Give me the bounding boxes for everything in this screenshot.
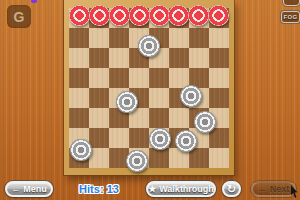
checkers-board[interactable] — [64, 0, 234, 175]
board-square — [169, 28, 189, 48]
board-square — [69, 48, 89, 68]
board-square — [69, 108, 89, 128]
board-square — [69, 88, 89, 108]
board-square — [189, 108, 209, 128]
board-square — [129, 148, 149, 168]
board-square — [169, 68, 189, 88]
board-square — [129, 68, 149, 88]
board-square — [189, 28, 209, 48]
board-square — [209, 128, 229, 148]
hits-label: Hits: — [79, 183, 103, 195]
cutoff-top-element — [31, 0, 37, 3]
board-square — [169, 128, 189, 148]
board-square — [109, 48, 129, 68]
board-square — [149, 88, 169, 108]
restart-button[interactable]: ↻ — [222, 181, 241, 197]
board-square — [129, 108, 149, 128]
board-square — [189, 8, 209, 28]
board-square — [129, 128, 149, 148]
menu-button[interactable]: ← Menu — [5, 181, 53, 197]
board-square — [149, 108, 169, 128]
board-square — [109, 8, 129, 28]
hits-counter: Hits: 13 — [78, 183, 120, 195]
board-square — [89, 128, 109, 148]
board-square — [169, 48, 189, 68]
logo-icon: G — [14, 10, 25, 24]
board-square — [169, 8, 189, 28]
board-square — [169, 108, 189, 128]
board-square — [129, 48, 149, 68]
board-square — [69, 28, 89, 48]
board-square — [89, 28, 109, 48]
board-square — [109, 148, 129, 168]
board-square — [189, 128, 209, 148]
board-square — [69, 148, 89, 168]
board-square — [109, 68, 129, 88]
board-square — [89, 48, 109, 68]
board-square — [69, 128, 89, 148]
board-square — [189, 68, 209, 88]
board-square — [189, 88, 209, 108]
restart-icon: ↻ — [227, 184, 236, 195]
board-grid — [69, 8, 229, 168]
right-arrow-icon: → — [258, 185, 267, 194]
board-square — [89, 88, 109, 108]
board-square — [109, 128, 129, 148]
left-arrow-icon: ← — [11, 185, 20, 194]
board-square — [109, 88, 129, 108]
cutoff-top-button[interactable] — [283, 0, 300, 6]
board-square — [89, 68, 109, 88]
board-square — [209, 48, 229, 68]
board-square — [169, 88, 189, 108]
board-square — [109, 28, 129, 48]
board-square — [209, 68, 229, 88]
board-square — [129, 8, 149, 28]
board-square — [89, 8, 109, 28]
logo-button[interactable]: G — [7, 5, 31, 28]
board-square — [109, 108, 129, 128]
board-square — [209, 148, 229, 168]
board-square — [189, 148, 209, 168]
game-stage: G FOG ← Menu Hits: 13 ★ Walkthrough ↻ → … — [0, 0, 300, 200]
board-square — [149, 48, 169, 68]
board-square — [69, 68, 89, 88]
next-button-disabled[interactable]: → Next — [251, 181, 296, 197]
board-square — [149, 128, 169, 148]
menu-label: Menu — [23, 184, 47, 194]
board-square — [129, 88, 149, 108]
board-square — [149, 148, 169, 168]
board-square — [129, 28, 149, 48]
board-square — [209, 88, 229, 108]
board-square — [89, 148, 109, 168]
board-square — [209, 8, 229, 28]
hits-value: 13 — [107, 183, 119, 195]
walkthrough-button[interactable]: ★ Walkthrough — [146, 181, 216, 197]
board-square — [209, 108, 229, 128]
star-icon: ★ — [148, 185, 156, 194]
next-label: Next — [270, 184, 290, 194]
board-square — [189, 48, 209, 68]
board-square — [149, 8, 169, 28]
board-square — [89, 108, 109, 128]
walkthrough-label: Walkthrough — [159, 184, 214, 194]
board-square — [169, 148, 189, 168]
fog-button[interactable]: FOG — [281, 11, 300, 23]
board-square — [69, 8, 89, 28]
board-square — [209, 28, 229, 48]
board-square — [149, 28, 169, 48]
board-square — [149, 68, 169, 88]
